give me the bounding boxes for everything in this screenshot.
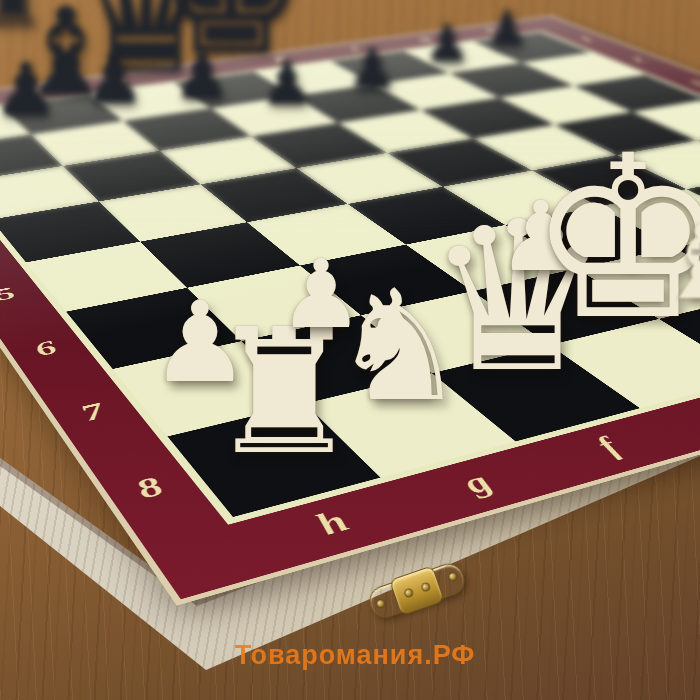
watermark: Товаромания.РФ [235,640,476,671]
piece-black-pawn-g3: ♟ [83,45,145,114]
rank-label-right-1: 1 [575,36,598,43]
rank-label-5: 5 [0,285,20,303]
rank-label-right-2: 2 [628,56,652,63]
piece-black-pawn-d3: ♟ [347,41,397,97]
piece-white-bishop-d8: ♝ [657,211,700,314]
rank-label-8: 8 [129,473,170,503]
piece-black-pawn-c3: ♟ [424,18,470,69]
piece-black-pawn-e3: ♟ [260,53,314,113]
chess-set-photo: hhggffeeddccbbaa1122334455667788 ♟♜♟♞♛♟♚… [0,0,700,700]
file-label-h: h [308,506,357,539]
file-label-g: g [452,468,499,498]
piece-black-pawn-f3: ♟ [173,43,231,108]
rank-label-6: 6 [29,338,61,359]
file-label-f: f [587,433,629,459]
rank-label-7: 7 [75,399,111,424]
rank-label-right-3: 3 [685,79,700,87]
piece-black-pawn-h3: ♟ [0,53,59,126]
piece-black-pawn-b3: ♟ [485,4,528,52]
